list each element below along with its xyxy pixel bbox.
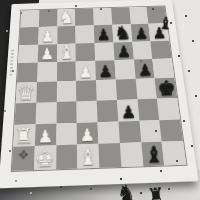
square-g3[interactable] [137,98,159,120]
frame-markings [9,50,14,76]
square-e7[interactable]: ♟ [94,25,113,43]
square-d5[interactable]: ♟ [76,61,96,81]
square-g5[interactable]: ♟ [133,59,154,79]
square-c5[interactable] [56,62,76,82]
square-a3[interactable] [15,102,37,124]
square-e1[interactable] [98,143,121,167]
square-c6[interactable]: ♝ [57,43,76,62]
black-bishop: ♝ [142,143,165,166]
board-emblem: ❖ [12,148,34,162]
square-g4[interactable] [135,78,157,99]
white-pawn: ♟ [76,64,96,81]
square-d8[interactable] [75,8,94,25]
square-h6[interactable] [151,40,172,59]
square-b6[interactable]: ♟ [37,44,56,63]
square-b2[interactable]: ♟ [35,123,57,146]
square-a7[interactable] [19,27,38,45]
white-pawn: ♟ [38,29,57,45]
square-c7[interactable] [57,26,76,44]
square-c1[interactable] [56,145,78,169]
square-b5[interactable] [37,62,57,82]
square-f3[interactable]: ♟ [117,99,139,121]
captured-black-knight: ♞ [117,183,136,200]
white-pawn: ♟ [37,47,57,63]
square-g8[interactable] [129,7,149,24]
square-a4[interactable]: ♛ [16,82,37,103]
square-g1[interactable]: ♝ [141,142,165,166]
square-a1[interactable]: ❖ [12,146,35,170]
square-h2[interactable] [159,119,183,142]
square-a6[interactable] [18,44,38,63]
white-queen: ♛ [15,82,36,103]
square-e3[interactable] [97,100,119,122]
white-king: ♚ [33,147,55,170]
square-g6[interactable] [132,41,153,60]
square-c3[interactable] [56,101,77,123]
square-d4[interactable] [76,80,96,101]
square-a5[interactable] [17,63,37,83]
square-b1[interactable]: ♚ [34,146,56,170]
chessboard-photo: ♞♟♟♞♟♟♟♝♟♟♟♟♛♚♟♜♟♟❖♚♝♝ ♝ ♞ ♜ [0,0,200,200]
square-f5[interactable] [114,60,135,80]
photo-dust-speckles-light [0,0,2,2]
white-bishop: ♝ [56,42,76,62]
white-pawn: ♟ [34,128,56,146]
black-pawn: ♟ [131,26,150,42]
black-pawn: ♟ [95,64,115,81]
square-a2[interactable]: ♜ [13,124,35,147]
square-e8[interactable] [93,8,112,25]
captured-black-rook: ♜ [146,184,166,200]
black-pawn: ♟ [135,63,155,79]
square-d2[interactable]: ♟ [77,122,99,145]
square-h5[interactable] [153,59,175,79]
white-bishop: ♝ [77,145,99,168]
square-f4[interactable] [116,79,137,100]
black-pawn: ♟ [114,44,134,60]
captured-black-bishop: ♝ [157,14,174,32]
square-h1[interactable] [162,141,186,165]
square-b4[interactable] [36,81,56,102]
square-h4[interactable]: ♚ [155,78,177,99]
square-e6[interactable] [94,42,114,61]
square-f8[interactable] [111,7,130,24]
square-f1[interactable] [120,143,143,167]
square-c2[interactable] [56,122,77,145]
square-c8[interactable]: ♞ [57,9,75,26]
white-pawn: ♟ [77,127,99,145]
square-h3[interactable] [157,98,180,120]
square-f2[interactable] [118,120,141,143]
square-f6[interactable]: ♟ [113,42,133,61]
square-e5[interactable]: ♟ [95,60,115,80]
black-king: ♚ [156,78,177,99]
black-pawn: ♟ [94,27,113,43]
square-b7[interactable]: ♟ [38,26,57,44]
square-d6[interactable] [76,43,95,62]
square-c4[interactable] [56,81,76,102]
square-a8[interactable] [20,10,39,27]
square-e4[interactable] [96,80,117,101]
white-rook: ♜ [13,125,35,147]
square-g2[interactable] [139,120,162,143]
black-pawn: ♟ [118,104,139,121]
black-knight: ♞ [113,23,132,42]
square-e2[interactable] [98,121,120,144]
square-d7[interactable] [75,25,94,43]
square-b8[interactable] [39,9,58,26]
square-f7[interactable]: ♞ [112,24,132,42]
square-b3[interactable] [35,102,56,124]
square-g7[interactable]: ♟ [130,23,150,41]
square-d1[interactable]: ♝ [77,144,99,168]
white-knight: ♞ [56,7,75,26]
square-d3[interactable] [77,100,98,122]
